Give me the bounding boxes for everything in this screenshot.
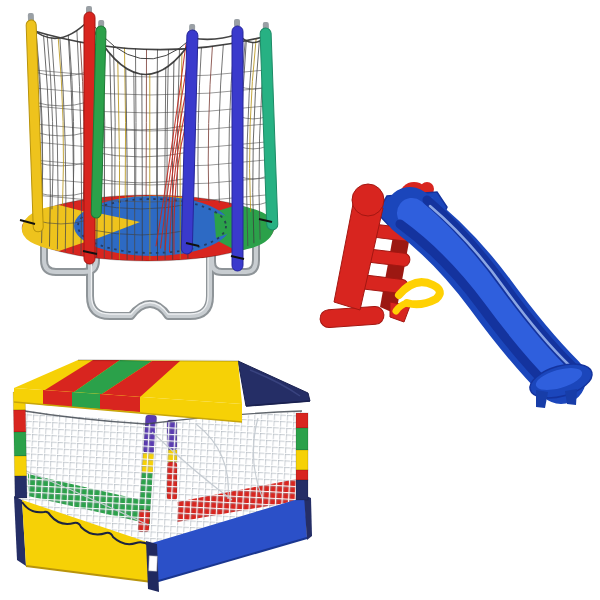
- pole-yellow: [26, 13, 44, 232]
- slide-yellow-handle: [396, 282, 440, 311]
- corner-post-left: [13, 392, 27, 498]
- product-collage: [0, 0, 600, 600]
- corner-label-tag: [149, 556, 158, 571]
- roof-gable-navy: [238, 361, 310, 406]
- pole-violet: [232, 19, 243, 271]
- slide: [319, 182, 595, 408]
- trampoline: [20, 6, 278, 316]
- valance-block-red-2: [100, 394, 140, 412]
- valance-block-green: [72, 392, 100, 409]
- ball-pit: [13, 360, 312, 592]
- collage-canvas: [0, 0, 600, 600]
- slide-chute: [400, 200, 574, 387]
- pole-teal: [260, 22, 278, 230]
- corner-post-right: [296, 413, 308, 500]
